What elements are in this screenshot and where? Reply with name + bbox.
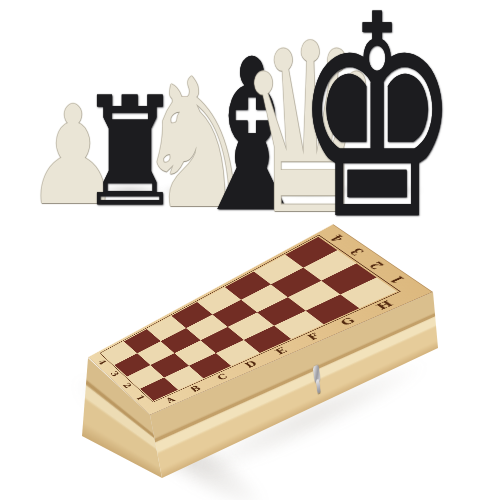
metal-clasp bbox=[311, 364, 324, 397]
black-king-piece: ♚ bbox=[294, 0, 460, 258]
clasp-hook-icon bbox=[316, 379, 321, 394]
product-photo: ♟ ♜ ♞ ♝ ♛ ♚ ABCDEFGH 4321 4321 bbox=[0, 0, 500, 500]
